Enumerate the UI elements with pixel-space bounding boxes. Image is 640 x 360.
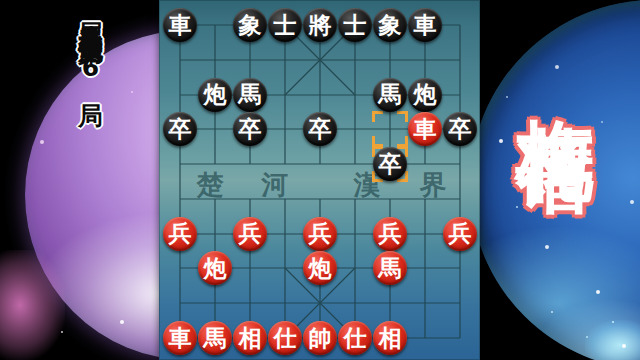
piece-black-象[interactable]: 象 bbox=[373, 8, 407, 42]
river-char: 楚 bbox=[196, 167, 224, 203]
xiangqi-board[interactable]: 楚河漢界車象士將士象車炮馬馬炮卒卒卒卒卒車兵兵兵兵兵炮炮馬車馬相仕帥仕相 bbox=[159, 0, 480, 360]
piece-red-馬[interactable]: 馬 bbox=[198, 321, 232, 355]
piece-red-相[interactable]: 相 bbox=[373, 321, 407, 355]
river-char: 界 bbox=[419, 167, 447, 203]
piece-black-炮[interactable]: 炮 bbox=[198, 78, 232, 112]
piece-red-仕[interactable]: 仕 bbox=[338, 321, 372, 355]
piece-red-仕[interactable]: 仕 bbox=[268, 321, 302, 355]
piece-red-兵[interactable]: 兵 bbox=[373, 217, 407, 251]
piece-black-馬[interactable]: 馬 bbox=[233, 78, 267, 112]
piece-red-兵[interactable]: 兵 bbox=[443, 217, 477, 251]
piece-red-炮[interactable]: 炮 bbox=[303, 251, 337, 285]
piece-black-象[interactable]: 象 bbox=[233, 8, 267, 42]
last-move-highlight bbox=[372, 111, 408, 147]
right-caption: 梅花谱 bbox=[503, 56, 608, 77]
piece-black-車[interactable]: 車 bbox=[163, 8, 197, 42]
blue-orb-background bbox=[470, 0, 640, 360]
left-caption: 屈头屏风马破当头炮第06局 bbox=[74, 2, 107, 360]
piece-red-兵[interactable]: 兵 bbox=[303, 217, 337, 251]
piece-black-將[interactable]: 將 bbox=[303, 8, 337, 42]
piece-red-兵[interactable]: 兵 bbox=[233, 217, 267, 251]
sparkle-dots bbox=[0, 0, 2, 2]
video-frame: 楚河漢界車象士將士象車炮馬馬炮卒卒卒卒卒車兵兵兵兵兵炮炮馬車馬相仕帥仕相 屈头屏… bbox=[0, 0, 640, 360]
piece-red-兵[interactable]: 兵 bbox=[163, 217, 197, 251]
piece-black-炮[interactable]: 炮 bbox=[408, 78, 442, 112]
river-char: 河 bbox=[261, 167, 289, 203]
piece-black-馬[interactable]: 馬 bbox=[373, 78, 407, 112]
piece-black-車[interactable]: 車 bbox=[408, 8, 442, 42]
pink-glow bbox=[0, 250, 65, 360]
piece-black-卒[interactable]: 卒 bbox=[373, 147, 407, 181]
piece-red-車[interactable]: 車 bbox=[163, 321, 197, 355]
piece-red-炮[interactable]: 炮 bbox=[198, 251, 232, 285]
cyan-sparkle-glow bbox=[585, 320, 640, 360]
piece-black-士[interactable]: 士 bbox=[268, 8, 302, 42]
piece-black-士[interactable]: 士 bbox=[338, 8, 372, 42]
piece-red-相[interactable]: 相 bbox=[233, 321, 267, 355]
piece-red-帥[interactable]: 帥 bbox=[303, 321, 337, 355]
